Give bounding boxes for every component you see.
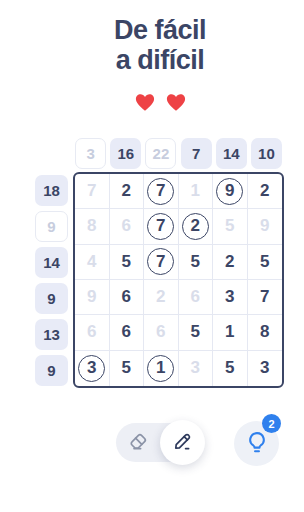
- heart-icon: [134, 92, 156, 112]
- column-sum-5: 14: [216, 138, 247, 169]
- circle-mark: 3: [78, 355, 105, 382]
- grid-cell-r3c1[interactable]: 4: [75, 245, 110, 280]
- grid-cell-r6c6[interactable]: 3: [248, 351, 283, 386]
- grid-cell-r4c5[interactable]: 3: [213, 280, 248, 315]
- grid-cell-r6c3[interactable]: 1: [144, 351, 179, 386]
- circle-mark: 2: [182, 213, 209, 240]
- grid-cell-r2c3[interactable]: 7: [144, 209, 179, 244]
- grid-cell-r4c4[interactable]: 6: [179, 280, 214, 315]
- eraser-button[interactable]: [118, 423, 160, 462]
- title-line-1: De fácil: [16, 15, 304, 45]
- column-sum-2: 16: [110, 138, 141, 169]
- pencil-icon: [171, 429, 195, 457]
- heart-icon: [165, 92, 187, 112]
- grid-cell-r5c5[interactable]: 1: [213, 315, 248, 350]
- row-sum-4: 9: [35, 283, 68, 314]
- grid-cell-r3c5[interactable]: 2: [213, 245, 248, 280]
- circle-mark: 9: [216, 178, 243, 205]
- grid-cell-r2c4[interactable]: 2: [179, 209, 214, 244]
- eraser-icon: [127, 429, 151, 457]
- grid-cell-r3c6[interactable]: 5: [248, 245, 283, 280]
- hint-count-badge: 2: [262, 414, 281, 433]
- puzzle-grid: 727192867259457525962637666518351353: [73, 172, 284, 388]
- row-sum-3: 14: [35, 247, 68, 278]
- circle-mark: 7: [147, 178, 174, 205]
- grid-cell-r1c4[interactable]: 1: [179, 174, 214, 209]
- column-sum-3: 22: [145, 138, 176, 169]
- circle-mark: 7: [147, 213, 174, 240]
- game-screen: De fácil a difícil 3162271410 189149139 …: [16, 0, 304, 512]
- grid-cell-r1c5[interactable]: 9: [213, 174, 248, 209]
- grid-cell-r6c5[interactable]: 5: [213, 351, 248, 386]
- grid-cell-r5c1[interactable]: 6: [75, 315, 110, 350]
- grid-cell-r4c2[interactable]: 6: [110, 280, 145, 315]
- grid-cell-r1c1[interactable]: 7: [75, 174, 110, 209]
- row-sum-1: 18: [35, 175, 68, 206]
- lives-indicator: [16, 92, 304, 112]
- grid-cell-r6c1[interactable]: 3: [75, 351, 110, 386]
- grid-cell-r6c4[interactable]: 3: [179, 351, 214, 386]
- row-sum-5: 13: [35, 319, 68, 350]
- pencil-button[interactable]: [160, 420, 205, 465]
- grid-cell-r4c6[interactable]: 7: [248, 280, 283, 315]
- grid-cell-r1c6[interactable]: 2: [248, 174, 283, 209]
- column-sum-1: 3: [75, 138, 106, 169]
- grid-cell-r1c3[interactable]: 7: [144, 174, 179, 209]
- grid-cell-r2c2[interactable]: 6: [110, 209, 145, 244]
- column-sum-6: 10: [251, 138, 282, 169]
- row-sum-2: 9: [35, 211, 68, 242]
- grid-cell-r3c3[interactable]: 7: [144, 245, 179, 280]
- grid-cell-r2c1[interactable]: 8: [75, 209, 110, 244]
- grid-cell-r5c6[interactable]: 8: [248, 315, 283, 350]
- grid-cell-r5c3[interactable]: 6: [144, 315, 179, 350]
- circle-mark: 7: [147, 248, 174, 275]
- lightbulb-icon: [244, 429, 270, 459]
- grid-cell-r5c2[interactable]: 6: [110, 315, 145, 350]
- column-sums: 3162271410: [73, 138, 284, 169]
- grid-cell-r5c4[interactable]: 5: [179, 315, 214, 350]
- grid-cell-r3c4[interactable]: 5: [179, 245, 214, 280]
- grid-cell-r2c6[interactable]: 9: [248, 209, 283, 244]
- title-line-2: a difícil: [16, 45, 304, 75]
- grid-cell-r4c1[interactable]: 9: [75, 280, 110, 315]
- circle-mark: 1: [147, 355, 174, 382]
- grid-cell-r1c2[interactable]: 2: [110, 174, 145, 209]
- row-sums: 189149139: [35, 172, 68, 388]
- page-title: De fácil a difícil: [16, 15, 304, 75]
- grid-cell-r3c2[interactable]: 5: [110, 245, 145, 280]
- column-sum-4: 7: [181, 138, 212, 169]
- row-sum-6: 9: [35, 355, 68, 386]
- grid-cell-r2c5[interactable]: 5: [213, 209, 248, 244]
- grid-cell-r4c3[interactable]: 2: [144, 280, 179, 315]
- grid-cell-r6c2[interactable]: 5: [110, 351, 145, 386]
